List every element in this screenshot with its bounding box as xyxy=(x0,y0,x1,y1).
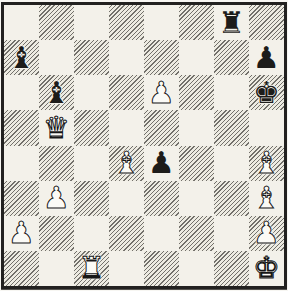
square-d6 xyxy=(109,75,144,110)
white-pawn-h2-piece: ♟ xyxy=(253,218,280,248)
square-f8 xyxy=(179,5,214,40)
square-a8 xyxy=(4,5,39,40)
square-c3 xyxy=(74,181,109,216)
square-d2 xyxy=(109,216,144,251)
square-c2 xyxy=(74,216,109,251)
square-f4 xyxy=(179,146,214,181)
square-a1 xyxy=(4,251,39,286)
square-c4 xyxy=(74,146,109,181)
square-g1 xyxy=(214,251,249,286)
square-d3 xyxy=(109,181,144,216)
square-b2 xyxy=(39,216,74,251)
square-h1: ♚ xyxy=(249,251,284,286)
square-e1 xyxy=(144,251,179,286)
square-h5 xyxy=(249,110,284,145)
square-a3 xyxy=(4,181,39,216)
square-f3 xyxy=(179,181,214,216)
square-e6: ♟ xyxy=(144,75,179,110)
square-h4: ♝ xyxy=(249,146,284,181)
square-e3 xyxy=(144,181,179,216)
square-b7 xyxy=(39,40,74,75)
white-bishop-h4-piece: ♝ xyxy=(253,148,280,178)
square-b1 xyxy=(39,251,74,286)
square-g4 xyxy=(214,146,249,181)
square-c8 xyxy=(74,5,109,40)
square-h6: ♚ xyxy=(249,75,284,110)
black-bishop-b6-piece: ♝ xyxy=(43,78,70,108)
square-f1 xyxy=(179,251,214,286)
square-c1: ♜ xyxy=(74,251,109,286)
square-c5 xyxy=(74,110,109,145)
black-king-h6-piece: ♚ xyxy=(253,78,280,108)
square-b6: ♝ xyxy=(39,75,74,110)
square-c7 xyxy=(74,40,109,75)
white-rook-c1-piece: ♜ xyxy=(78,253,105,283)
square-d4: ♝ xyxy=(109,146,144,181)
white-pawn-a2-piece: ♟ xyxy=(8,218,35,248)
square-d7 xyxy=(109,40,144,75)
square-f2 xyxy=(179,216,214,251)
square-a2: ♟ xyxy=(4,216,39,251)
white-pawn-b3-piece: ♟ xyxy=(43,183,70,213)
square-d8 xyxy=(109,5,144,40)
square-a5 xyxy=(4,110,39,145)
square-g7 xyxy=(214,40,249,75)
black-rook-g8-piece: ♜ xyxy=(218,8,245,38)
square-g8: ♜ xyxy=(214,5,249,40)
square-b8 xyxy=(39,5,74,40)
square-g2 xyxy=(214,216,249,251)
square-g5 xyxy=(214,110,249,145)
square-g3 xyxy=(214,181,249,216)
white-bishop-d4-piece: ♝ xyxy=(113,148,140,178)
square-h3: ♝ xyxy=(249,181,284,216)
square-d5 xyxy=(109,110,144,145)
black-bishop-a7-piece: ♝ xyxy=(8,43,35,73)
square-c6 xyxy=(74,75,109,110)
square-g6 xyxy=(214,75,249,110)
square-a7: ♝ xyxy=(4,40,39,75)
white-queen-b5-piece: ♛ xyxy=(43,113,70,143)
square-a6 xyxy=(4,75,39,110)
square-b3: ♟ xyxy=(39,181,74,216)
square-h2: ♟ xyxy=(249,216,284,251)
square-e7 xyxy=(144,40,179,75)
square-f6 xyxy=(179,75,214,110)
square-b5: ♛ xyxy=(39,110,74,145)
square-b4 xyxy=(39,146,74,181)
square-h8 xyxy=(249,5,284,40)
square-d1 xyxy=(109,251,144,286)
square-e5 xyxy=(144,110,179,145)
square-f7 xyxy=(179,40,214,75)
square-e2 xyxy=(144,216,179,251)
square-e4: ♟ xyxy=(144,146,179,181)
square-e8 xyxy=(144,5,179,40)
white-king-h1-piece: ♚ xyxy=(253,253,280,283)
square-h7: ♟ xyxy=(249,40,284,75)
white-bishop-h3-piece: ♝ xyxy=(253,183,280,213)
chess-board-frame: ♜♝♟♝♟♚♛♝♟♝♟♝♟♟♜♚ xyxy=(1,2,287,289)
white-pawn-e6-piece: ♟ xyxy=(148,78,175,108)
black-pawn-e4-piece: ♟ xyxy=(148,148,175,178)
square-a4 xyxy=(4,146,39,181)
black-pawn-h7-piece: ♟ xyxy=(253,43,280,73)
chess-board: ♜♝♟♝♟♚♛♝♟♝♟♝♟♟♜♚ xyxy=(4,5,284,286)
square-f5 xyxy=(179,110,214,145)
